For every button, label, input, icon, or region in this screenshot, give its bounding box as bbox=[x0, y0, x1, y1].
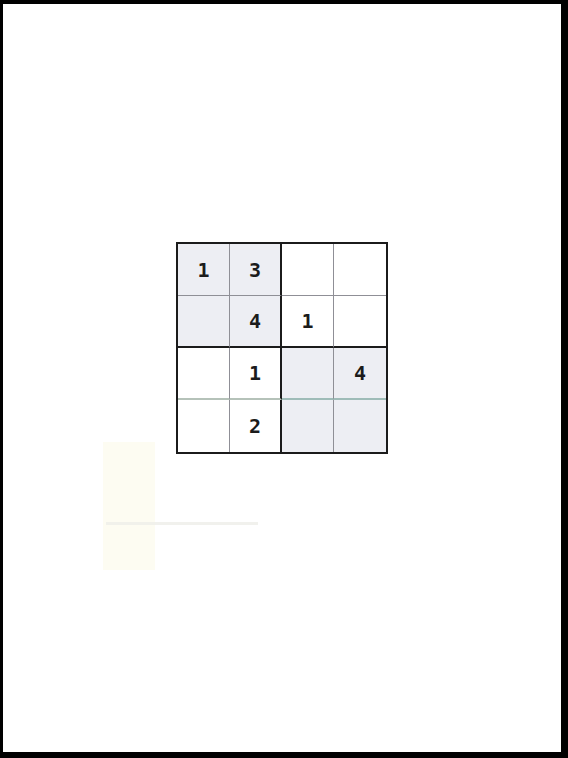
cell-r1c4[interactable] bbox=[334, 244, 386, 296]
cell-r1c1: 1 bbox=[178, 244, 230, 296]
cell-r2c1[interactable] bbox=[178, 296, 230, 348]
sudoku-board: 1341142 bbox=[176, 242, 388, 454]
scan-artifact-band bbox=[103, 442, 155, 570]
scanned-worksheet-page: 1341142 bbox=[0, 0, 568, 758]
cell-r3c1[interactable] bbox=[178, 348, 230, 400]
cell-r4c3[interactable] bbox=[282, 400, 334, 452]
cell-r4c1[interactable] bbox=[178, 400, 230, 452]
cell-r1c2: 3 bbox=[230, 244, 282, 296]
cell-r3c2: 1 bbox=[230, 348, 282, 400]
cell-r2c4[interactable] bbox=[334, 296, 386, 348]
cell-r4c4[interactable] bbox=[334, 400, 386, 452]
scan-artifact-smudge bbox=[106, 522, 258, 525]
cell-r3c3[interactable] bbox=[282, 348, 334, 400]
cell-r4c2: 2 bbox=[230, 400, 282, 452]
cell-r2c3: 1 bbox=[282, 296, 334, 348]
cell-r1c3[interactable] bbox=[282, 244, 334, 296]
cell-r3c4: 4 bbox=[334, 348, 386, 400]
cell-r2c2: 4 bbox=[230, 296, 282, 348]
